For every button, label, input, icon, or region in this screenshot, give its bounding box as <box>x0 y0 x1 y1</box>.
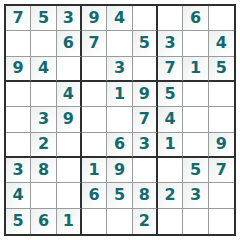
cell-r9c3: 1 <box>57 209 82 234</box>
cell-r1c9[interactable] <box>209 6 234 31</box>
cell-r6c1[interactable] <box>6 133 31 158</box>
cell-r5c6: 7 <box>133 107 158 132</box>
cell-r2c2[interactable] <box>31 31 56 56</box>
cell-r5c8[interactable] <box>183 107 208 132</box>
cell-r6c6: 3 <box>133 133 158 158</box>
cell-r1c3: 3 <box>57 6 82 31</box>
cell-r4c2[interactable] <box>31 82 56 107</box>
cell-r4c8[interactable] <box>183 82 208 107</box>
cell-r6c7: 1 <box>158 133 183 158</box>
cell-r8c3[interactable] <box>57 183 82 208</box>
cell-r3c2: 4 <box>31 57 56 82</box>
sudoku-board: 7539466753494371541953974263193819574658… <box>4 4 236 236</box>
cell-r1c5: 4 <box>107 6 132 31</box>
cell-r8c6: 8 <box>133 183 158 208</box>
cell-r1c7[interactable] <box>158 6 183 31</box>
cell-r4c6: 9 <box>133 82 158 107</box>
cell-r9c2: 6 <box>31 209 56 234</box>
cell-r2c6: 5 <box>133 31 158 56</box>
cell-r7c3[interactable] <box>57 158 82 183</box>
cell-r3c4[interactable] <box>82 57 107 82</box>
cell-r2c1[interactable] <box>6 31 31 56</box>
cell-r4c3: 4 <box>57 82 82 107</box>
cell-r6c2: 2 <box>31 133 56 158</box>
cell-r7c8: 5 <box>183 158 208 183</box>
cell-r4c1[interactable] <box>6 82 31 107</box>
cell-r8c4: 6 <box>82 183 107 208</box>
cell-r3c7: 7 <box>158 57 183 82</box>
cell-r9c4[interactable] <box>82 209 107 234</box>
cell-r2c5[interactable] <box>107 31 132 56</box>
cell-r5c7: 4 <box>158 107 183 132</box>
cell-r3c1: 9 <box>6 57 31 82</box>
sudoku-board-frame: 7539466753494371541953974263193819574658… <box>4 4 236 236</box>
cell-r7c7[interactable] <box>158 158 183 183</box>
cell-r1c4: 9 <box>82 6 107 31</box>
cell-r2c9: 4 <box>209 31 234 56</box>
cell-r4c9[interactable] <box>209 82 234 107</box>
cell-r5c5[interactable] <box>107 107 132 132</box>
cell-r8c1: 4 <box>6 183 31 208</box>
cell-r1c6[interactable] <box>133 6 158 31</box>
cell-r1c1: 7 <box>6 6 31 31</box>
cell-r1c2: 5 <box>31 6 56 31</box>
cell-r2c7: 3 <box>158 31 183 56</box>
cell-r7c2: 8 <box>31 158 56 183</box>
cell-r6c3[interactable] <box>57 133 82 158</box>
cell-r7c6[interactable] <box>133 158 158 183</box>
cell-r5c1[interactable] <box>6 107 31 132</box>
cell-r9c6: 2 <box>133 209 158 234</box>
cell-r9c1: 5 <box>6 209 31 234</box>
cell-r7c9: 7 <box>209 158 234 183</box>
cell-r3c6[interactable] <box>133 57 158 82</box>
cell-r9c8[interactable] <box>183 209 208 234</box>
cell-r2c8[interactable] <box>183 31 208 56</box>
cell-r9c9[interactable] <box>209 209 234 234</box>
cell-r8c8: 3 <box>183 183 208 208</box>
cell-r9c5[interactable] <box>107 209 132 234</box>
cell-r2c4: 7 <box>82 31 107 56</box>
cell-r7c1: 3 <box>6 158 31 183</box>
cell-r3c3[interactable] <box>57 57 82 82</box>
cell-r1c8: 6 <box>183 6 208 31</box>
cell-r8c7: 2 <box>158 183 183 208</box>
cell-r3c9: 5 <box>209 57 234 82</box>
cell-r2c3: 6 <box>57 31 82 56</box>
cell-r8c9[interactable] <box>209 183 234 208</box>
cell-r3c5: 3 <box>107 57 132 82</box>
cell-r6c5: 6 <box>107 133 132 158</box>
cell-r6c9: 9 <box>209 133 234 158</box>
cell-r5c2: 3 <box>31 107 56 132</box>
cell-r9c7[interactable] <box>158 209 183 234</box>
cell-r3c8: 1 <box>183 57 208 82</box>
cell-r7c4: 1 <box>82 158 107 183</box>
cell-r4c4[interactable] <box>82 82 107 107</box>
cell-r8c5: 5 <box>107 183 132 208</box>
cell-r6c8[interactable] <box>183 133 208 158</box>
cell-r8c2[interactable] <box>31 183 56 208</box>
cell-r5c4[interactable] <box>82 107 107 132</box>
cell-r5c3: 9 <box>57 107 82 132</box>
cell-r7c5: 9 <box>107 158 132 183</box>
cell-r5c9[interactable] <box>209 107 234 132</box>
cell-r4c7: 5 <box>158 82 183 107</box>
cell-r4c5: 1 <box>107 82 132 107</box>
cell-r6c4[interactable] <box>82 133 107 158</box>
